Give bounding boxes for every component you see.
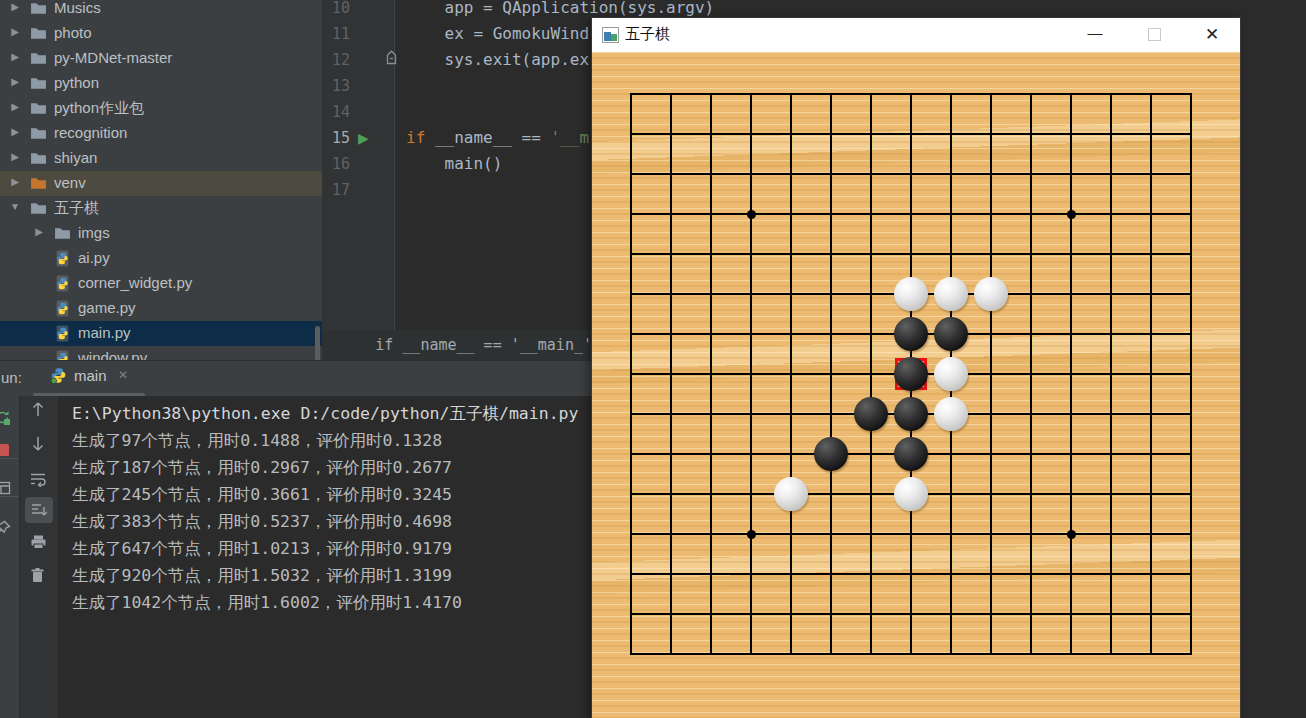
tree-item-label: Musics [54,0,101,16]
stone-white [774,477,808,511]
console-line: 生成了97个节点，用时0.1488，评价用时0.1328 [72,427,442,454]
tree-item-wuziqi[interactable]: ▼五子棋 [0,196,322,221]
tree-item-main-py[interactable]: main.py [0,321,322,346]
grid-line-v [1070,93,1072,655]
minimize-button[interactable]: — [1072,18,1118,52]
tree-item-photo[interactable]: ▶photo [0,21,322,46]
console-line: 生成了383个节点，用时0.5237，评价用时0.4698 [72,508,452,535]
window-app-icon [602,27,619,43]
tree-item-label: 五子棋 [54,199,99,218]
python-file-icon [54,300,71,317]
stone-white [934,357,968,391]
python-file-icon [54,325,71,342]
run-console[interactable]: E:\Python38\python.exe D:/code/python/五子… [58,396,592,718]
stone-black [934,317,968,351]
grid-line-h [630,533,1192,535]
stone-black [854,397,888,431]
tree-item-label: venv [54,174,86,191]
tree-item-game-py[interactable]: game.py [0,296,322,321]
stone-white [894,277,928,311]
chevron-right-icon[interactable]: ▶ [8,26,22,37]
tree-item-label: shiyan [54,149,97,166]
grid-line-v [1150,93,1152,655]
soft-wrap-icon[interactable] [30,471,46,487]
chevron-right-icon[interactable]: ▶ [32,226,46,237]
tree-item-py-mdnet-master[interactable]: ▶py-MDNet-master [0,46,322,71]
tree-item-label: corner_widget.py [78,274,192,291]
folder-icon [30,0,47,17]
gutter-bookmark-icon[interactable] [385,49,398,69]
screen: ▶Musics▶photo▶py-MDNet-master▶python▶pyt… [0,0,1306,718]
stone-white [934,277,968,311]
tree-item-shiyan[interactable]: ▶shiyan [0,146,322,171]
python-icon [50,367,67,384]
scroll-to-end-icon[interactable] [30,502,46,518]
grid-line-h [630,573,1192,575]
folder-icon [30,50,47,67]
line-number: 14 [322,99,350,125]
folder-icon [30,75,47,92]
stone-white [934,397,968,431]
chevron-right-icon[interactable]: ▶ [8,176,22,187]
line-number: 10 [322,0,350,21]
tree-item-label: main.py [78,324,131,341]
stone-black [814,437,848,471]
run-label: un: [1,369,22,386]
chevron-right-icon[interactable]: ▶ [8,101,22,112]
tree-item-label: py-MDNet-master [54,49,172,66]
folder-icon [54,225,71,242]
toolbar-separator [0,458,18,459]
line-number: 12 [322,47,350,73]
board-grid[interactable] [631,94,1192,655]
step-up-icon[interactable] [30,400,46,416]
console-line: 生成了647个节点，用时1.0213，评价用时0.9179 [72,535,452,562]
tab-close-icon[interactable]: ✕ [118,368,128,382]
stop-icon[interactable] [0,442,11,458]
stone-black [894,317,928,351]
folder-icon [30,125,47,142]
tree-item-label: ai.py [78,249,110,266]
star-point [1067,210,1076,219]
star-point [747,210,756,219]
line-number: 16 [322,151,350,177]
python-file-icon [54,275,71,292]
stone-white [894,477,928,511]
tree-item-label: recognition [54,124,127,141]
tree-item-label: python作业包 [54,99,144,118]
grid-line-h [630,613,1192,615]
tree-item-imgs[interactable]: ▶imgs [0,221,322,246]
folder-icon [30,200,47,217]
tree-item-label: imgs [78,224,110,241]
python-file-icon [54,250,71,267]
chevron-right-icon[interactable]: ▶ [8,151,22,162]
step-down-icon[interactable] [30,435,46,451]
folder-icon [30,150,47,167]
stone-white [974,277,1008,311]
clear-icon[interactable] [30,567,46,583]
console-line: 生成了245个节点，用时0.3661，评价用时0.3245 [72,481,452,508]
run-tab-label: main [74,367,107,384]
window-title: 五子棋 [625,25,670,44]
line-number: 13 [322,73,350,99]
toolbar-separator [0,496,18,497]
grid-line-v [1030,93,1032,655]
chevron-right-icon[interactable]: ▶ [8,76,22,87]
run-panel-header: un: main ✕ [0,360,592,396]
chevron-right-icon[interactable]: ▶ [8,1,22,12]
tree-item-label: photo [54,24,92,41]
grid-line-v [990,93,992,655]
print-icon[interactable] [30,534,46,550]
stone-black [894,397,928,431]
code-line: main() [406,151,502,177]
tree-item-label: python [54,74,99,91]
code-line: if __name__ == '__m [406,125,589,151]
line-number: 15 [322,125,350,151]
rerun-icon[interactable] [0,410,11,426]
folder-icon [30,100,47,117]
tree-item-musics[interactable]: ▶Musics [0,0,322,21]
stone-black [894,437,928,471]
line-number: 11 [322,21,350,47]
window-title-bar[interactable]: 五子棋 — ✕ [592,18,1240,52]
code-line: sys.exit(app.ex [406,47,589,73]
star-point [1067,530,1076,539]
chevron-down-icon[interactable]: ▼ [8,201,22,212]
tree-item-recognition[interactable]: ▶recognition [0,121,322,146]
gomoku-window: 五子棋 — ✕ [592,18,1240,718]
grid-line-v [1110,93,1112,655]
pin-icon[interactable] [0,520,11,536]
console-line: 生成了187个节点，用时0.2967，评价用时0.2677 [72,454,452,481]
line-number: 17 [322,177,350,203]
console-line: 生成了920个节点，用时1.5032，评价用时1.3199 [72,562,452,589]
tree-item-corner-widget-py[interactable]: corner_widget.py [0,271,322,296]
folder-icon [30,175,47,192]
tree-item-venv[interactable]: ▶venv [0,171,322,196]
code-line: ex = GomokuWind [406,21,589,47]
chevron-right-icon[interactable]: ▶ [8,51,22,62]
folder-icon [30,25,47,42]
restore-layout-icon[interactable] [0,480,11,496]
tree-item-ai-py[interactable]: ai.py [0,246,322,271]
stone-black [894,357,928,391]
editor-breadcrumb: if __name__ == '__main_' [322,330,592,360]
maximize-icon [1148,28,1161,41]
grid-line-v [1190,93,1192,655]
tree-item-python-homework[interactable]: ▶python作业包 [0,96,322,121]
tree-item-label: game.py [78,299,136,316]
tree-item-python[interactable]: ▶python [0,71,322,96]
close-button[interactable]: ✕ [1189,18,1235,52]
grid-line-h [630,653,1192,655]
chevron-right-icon[interactable]: ▶ [8,126,22,137]
project-tree: ▶Musics▶photo▶py-MDNet-master▶python▶pyt… [0,0,322,362]
console-line: 生成了1042个节点，用时1.6002，评价用时1.4170 [72,589,462,616]
star-point [747,530,756,539]
run-line-icon[interactable]: ▶ [358,129,369,147]
gomoku-board[interactable] [592,52,1240,718]
console-command: E:\Python38\python.exe D:/code/python/五子… [72,400,578,427]
maximize-button[interactable] [1132,18,1178,52]
